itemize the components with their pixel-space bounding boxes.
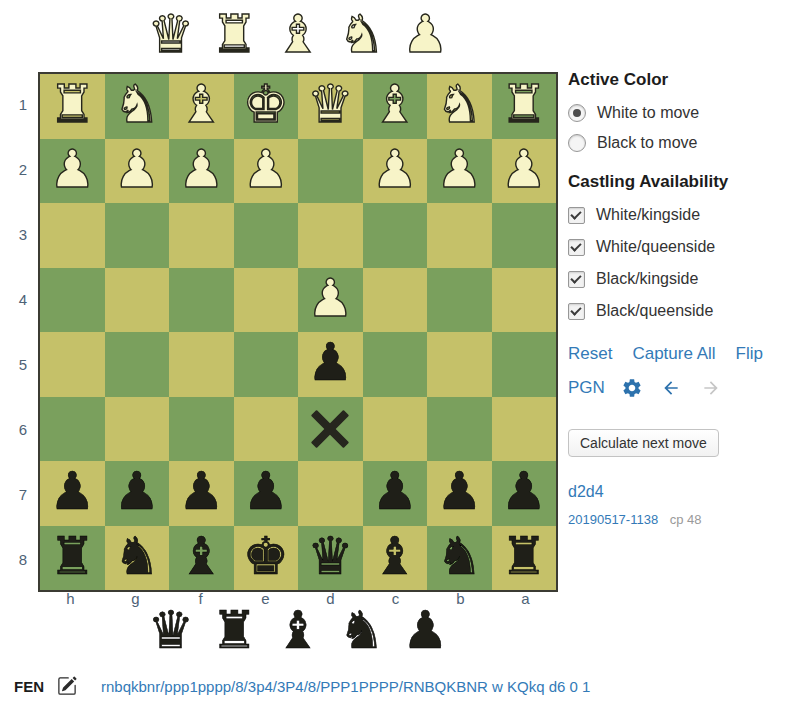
- square-g1[interactable]: ♞: [105, 74, 170, 139]
- square-h8[interactable]: ♜: [40, 526, 105, 591]
- square-e1[interactable]: ♚: [234, 74, 299, 139]
- piece-bP[interactable]: ♟: [371, 465, 418, 517]
- radio-label: Black to move: [597, 134, 697, 152]
- square-h5[interactable]: [40, 332, 105, 397]
- piece-bK[interactable]: ♚: [242, 530, 289, 582]
- square-c8[interactable]: ♝: [363, 526, 428, 591]
- piece-bN[interactable]: ♞: [436, 530, 483, 582]
- side-panel: Active Color White to moveBlack to move …: [568, 70, 792, 527]
- piece-wP[interactable]: ♟: [113, 143, 160, 195]
- square-b6[interactable]: [427, 397, 492, 462]
- calculate-next-move-button[interactable]: Calculate next move: [568, 429, 719, 457]
- piece-wN[interactable]: ♞: [436, 78, 483, 130]
- spare-pieces-white: ♛♜♝♞♟: [38, 4, 558, 64]
- piece-bQ[interactable]: ♛: [307, 530, 354, 582]
- spare-piece-bP[interactable]: ♟: [402, 604, 449, 656]
- square-b2[interactable]: ♟: [427, 139, 492, 204]
- square-c1[interactable]: ♝: [363, 74, 428, 139]
- checkbox-option-black-queenside[interactable]: Black/queenside: [568, 302, 792, 320]
- capture-all-link[interactable]: Capture All: [632, 344, 715, 364]
- rank-label-3: 3: [0, 202, 34, 267]
- checkbox-option-white-queenside[interactable]: White/queenside: [568, 238, 792, 256]
- piece-bB[interactable]: ♝: [371, 530, 418, 582]
- piece-wP[interactable]: ♟: [178, 143, 225, 195]
- spare-piece-bN[interactable]: ♞: [338, 604, 385, 656]
- square-e8[interactable]: ♚: [234, 526, 299, 591]
- spare-piece-bQ[interactable]: ♛: [147, 604, 194, 656]
- engine-info: 20190517-1138 cp 48: [568, 512, 792, 527]
- square-d1[interactable]: ♛: [298, 74, 363, 139]
- best-move-text[interactable]: d2d4: [568, 483, 792, 501]
- square-f6[interactable]: [169, 397, 234, 462]
- arrow-forward-icon[interactable]: [699, 378, 723, 398]
- arrow-back-icon[interactable]: [659, 378, 683, 398]
- castling-options: White/kingsideWhite/queensideBlack/kings…: [568, 206, 792, 320]
- board-editor-page: ♛♜♝♞♟ 12345678 ♜♞♝♚♛♝♞♜♟♟♟♟♟♟♟♟♟♟♟♟♟♟♟♟♜…: [0, 0, 792, 715]
- square-e5[interactable]: [234, 332, 299, 397]
- square-a6[interactable]: [492, 397, 557, 462]
- flip-link[interactable]: Flip: [736, 344, 763, 364]
- square-g2[interactable]: ♟: [105, 139, 170, 204]
- square-e7[interactable]: ♟: [234, 461, 299, 526]
- spare-piece-wP[interactable]: ♟: [402, 8, 449, 60]
- piece-wR[interactable]: ♜: [500, 78, 547, 130]
- square-a8[interactable]: ♜: [492, 526, 557, 591]
- square-f7[interactable]: ♟: [169, 461, 234, 526]
- radio-option-white-to-move[interactable]: White to move: [568, 104, 792, 122]
- square-e3[interactable]: [234, 203, 299, 268]
- square-f5[interactable]: [169, 332, 234, 397]
- rank-label-8: 8: [0, 527, 34, 592]
- square-d5[interactable]: ♟: [298, 332, 363, 397]
- checkbox-checked[interactable]: [568, 271, 585, 288]
- square-b8[interactable]: ♞: [427, 526, 492, 591]
- square-f8[interactable]: ♝: [169, 526, 234, 591]
- square-d3[interactable]: [298, 203, 363, 268]
- fen-bar: FEN rnbqkbnr/ppp1pppp/8/3p4/3P4/8/PPP1PP…: [14, 676, 590, 696]
- square-b3[interactable]: [427, 203, 492, 268]
- spare-piece-wB[interactable]: ♝: [275, 8, 322, 60]
- spare-piece-bR[interactable]: ♜: [211, 604, 258, 656]
- square-a1[interactable]: ♜: [492, 74, 557, 139]
- piece-bP[interactable]: ♟: [113, 465, 160, 517]
- engine-score-text: cp 48: [670, 512, 702, 527]
- square-f2[interactable]: ♟: [169, 139, 234, 204]
- square-c5[interactable]: [363, 332, 428, 397]
- square-g8[interactable]: ♞: [105, 526, 170, 591]
- piece-bB[interactable]: ♝: [178, 530, 225, 582]
- rank-label-4: 4: [0, 267, 34, 332]
- rank-label-2: 2: [0, 137, 34, 202]
- square-e2[interactable]: ♟: [234, 139, 299, 204]
- square-a4[interactable]: [492, 268, 557, 333]
- square-a3[interactable]: [492, 203, 557, 268]
- radio-selected[interactable]: [568, 104, 586, 122]
- square-h3[interactable]: [40, 203, 105, 268]
- checkbox-option-white-kingside[interactable]: White/kingside: [568, 206, 792, 224]
- square-a2[interactable]: ♟: [492, 139, 557, 204]
- piece-wB[interactable]: ♝: [178, 78, 225, 130]
- checkbox-checked[interactable]: [568, 207, 585, 224]
- piece-wN[interactable]: ♞: [113, 78, 160, 130]
- piece-bP[interactable]: ♟: [500, 465, 547, 517]
- square-f1[interactable]: ♝: [169, 74, 234, 139]
- settings-gear-icon[interactable]: [621, 377, 643, 399]
- en-passant-marker: [308, 407, 352, 451]
- piece-wR[interactable]: ♜: [49, 78, 96, 130]
- square-b7[interactable]: ♟: [427, 461, 492, 526]
- pgn-link[interactable]: PGN: [568, 378, 605, 398]
- square-g6[interactable]: [105, 397, 170, 462]
- radio-unselected[interactable]: [568, 134, 586, 152]
- castling-heading: Castling Availability: [568, 172, 792, 192]
- spare-piece-wN[interactable]: ♞: [338, 8, 385, 60]
- piece-wP[interactable]: ♟: [371, 143, 418, 195]
- piece-bP[interactable]: ♟: [242, 465, 289, 517]
- square-g3[interactable]: [105, 203, 170, 268]
- spare-pieces-black: ♛♜♝♞♟: [38, 600, 558, 660]
- square-g5[interactable]: [105, 332, 170, 397]
- square-g7[interactable]: ♟: [105, 461, 170, 526]
- board-action-links: Reset Capture All Flip: [568, 344, 792, 364]
- reset-link[interactable]: Reset: [568, 344, 612, 364]
- piece-wQ[interactable]: ♛: [307, 78, 354, 130]
- piece-wP[interactable]: ♟: [436, 143, 483, 195]
- square-b4[interactable]: [427, 268, 492, 333]
- piece-bP[interactable]: ♟: [436, 465, 483, 517]
- square-e4[interactable]: [234, 268, 299, 333]
- square-h1[interactable]: ♜: [40, 74, 105, 139]
- square-b5[interactable]: [427, 332, 492, 397]
- square-c4[interactable]: [363, 268, 428, 333]
- square-c3[interactable]: [363, 203, 428, 268]
- edit-pencil-icon[interactable]: [57, 676, 77, 696]
- spare-piece-wQ[interactable]: ♛: [147, 8, 194, 60]
- spare-piece-bB[interactable]: ♝: [275, 604, 322, 656]
- piece-wB[interactable]: ♝: [371, 78, 418, 130]
- piece-wP[interactable]: ♟: [307, 272, 354, 324]
- square-b1[interactable]: ♞: [427, 74, 492, 139]
- square-h4[interactable]: [40, 268, 105, 333]
- engine-id-text[interactable]: 20190517-1138: [568, 512, 658, 527]
- piece-bP[interactable]: ♟: [49, 465, 96, 517]
- square-h2[interactable]: ♟: [40, 139, 105, 204]
- chess-board[interactable]: ♜♞♝♚♛♝♞♜♟♟♟♟♟♟♟♟♟♟♟♟♟♟♟♟♜♞♝♚♛♝♞♜: [38, 72, 558, 592]
- piece-wK[interactable]: ♚: [242, 78, 289, 130]
- spare-piece-wR[interactable]: ♜: [211, 8, 258, 60]
- square-f3[interactable]: [169, 203, 234, 268]
- square-c7[interactable]: ♟: [363, 461, 428, 526]
- square-g4[interactable]: [105, 268, 170, 333]
- piece-wP[interactable]: ♟: [242, 143, 289, 195]
- piece-bP[interactable]: ♟: [307, 336, 354, 388]
- radio-label: White to move: [597, 104, 699, 122]
- rank-label-5: 5: [0, 332, 34, 397]
- rank-label-1: 1: [0, 72, 34, 137]
- square-a5[interactable]: [492, 332, 557, 397]
- radio-option-black-to-move[interactable]: Black to move: [568, 134, 792, 152]
- checkbox-label: White/kingside: [596, 206, 700, 224]
- piece-wP[interactable]: ♟: [49, 143, 96, 195]
- fen-string: rnbqkbnr/ppp1pppp/8/3p4/3P4/8/PPP1PPPP/R…: [101, 678, 590, 695]
- square-d2[interactable]: [298, 139, 363, 204]
- square-c2[interactable]: ♟: [363, 139, 428, 204]
- secondary-action-links: PGN: [568, 377, 792, 399]
- square-e6[interactable]: [234, 397, 299, 462]
- checkbox-checked[interactable]: [568, 303, 585, 320]
- piece-bR[interactable]: ♜: [49, 530, 96, 582]
- rank-labels: 12345678: [0, 72, 34, 592]
- square-d6[interactable]: [298, 397, 363, 462]
- rank-label-7: 7: [0, 462, 34, 527]
- square-d8[interactable]: ♛: [298, 526, 363, 591]
- checkbox-label: Black/queenside: [596, 302, 713, 320]
- fen-label: FEN: [14, 678, 44, 695]
- piece-bR[interactable]: ♜: [500, 530, 547, 582]
- checkbox-checked[interactable]: [568, 239, 585, 256]
- piece-wP[interactable]: ♟: [500, 143, 547, 195]
- square-d7[interactable]: [298, 461, 363, 526]
- active-color-heading: Active Color: [568, 70, 792, 90]
- square-d4[interactable]: ♟: [298, 268, 363, 333]
- piece-bP[interactable]: ♟: [178, 465, 225, 517]
- square-c6[interactable]: [363, 397, 428, 462]
- checkbox-label: White/queenside: [596, 238, 715, 256]
- checkbox-label: Black/kingside: [596, 270, 698, 288]
- square-h7[interactable]: ♟: [40, 461, 105, 526]
- square-f4[interactable]: [169, 268, 234, 333]
- piece-bN[interactable]: ♞: [113, 530, 160, 582]
- square-h6[interactable]: [40, 397, 105, 462]
- checkbox-option-black-kingside[interactable]: Black/kingside: [568, 270, 792, 288]
- active-color-options: White to moveBlack to move: [568, 104, 792, 152]
- square-a7[interactable]: ♟: [492, 461, 557, 526]
- rank-label-6: 6: [0, 397, 34, 462]
